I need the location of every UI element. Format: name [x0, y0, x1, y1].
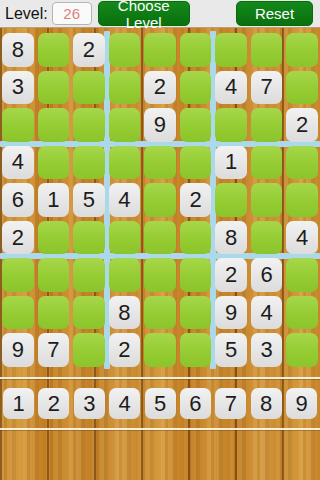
cell-r4c5[interactable] — [144, 146, 176, 180]
cell-r7c9[interactable] — [286, 258, 318, 292]
sudoku-grid: 8232479241615422842689497253 — [0, 31, 320, 369]
cell-r2c3[interactable] — [73, 71, 105, 105]
cell-r1c8[interactable] — [251, 33, 283, 67]
cell-r3c4[interactable] — [109, 108, 141, 142]
cell-r5c1: 6 — [2, 183, 34, 217]
cell-r2c6[interactable] — [180, 71, 212, 105]
cell-r3c7[interactable] — [215, 108, 247, 142]
level-display: 26 — [52, 2, 92, 25]
cell-r6c3[interactable] — [73, 221, 105, 255]
cell-r7c1[interactable] — [2, 258, 34, 292]
cell-r3c1[interactable] — [2, 108, 34, 142]
cell-r3c9: 2 — [286, 108, 318, 142]
cell-r7c2[interactable] — [38, 258, 70, 292]
cell-r2c8: 7 — [251, 71, 283, 105]
cell-r2c2[interactable] — [38, 71, 70, 105]
cell-r1c1: 8 — [2, 33, 34, 67]
cell-r4c6[interactable] — [180, 146, 212, 180]
cell-r7c8: 6 — [251, 258, 283, 292]
numpad-key-1[interactable]: 1 — [3, 388, 34, 419]
cell-r4c8[interactable] — [251, 146, 283, 180]
cell-r6c7: 8 — [215, 221, 247, 255]
cell-r4c7: 1 — [215, 146, 247, 180]
cell-r7c4[interactable] — [109, 258, 141, 292]
cell-r9c5[interactable] — [144, 333, 176, 367]
numpad-key-8[interactable]: 8 — [251, 388, 282, 419]
cell-r1c7[interactable] — [215, 33, 247, 67]
cell-r6c4[interactable] — [109, 221, 141, 255]
cell-r2c7: 4 — [215, 71, 247, 105]
cell-r5c2: 1 — [38, 183, 70, 217]
cell-r3c2[interactable] — [38, 108, 70, 142]
cell-r8c8: 4 — [251, 296, 283, 330]
cell-r9c7: 5 — [215, 333, 247, 367]
cell-r6c8[interactable] — [251, 221, 283, 255]
cell-r1c5[interactable] — [144, 33, 176, 67]
cell-r5c5[interactable] — [144, 183, 176, 217]
numpad-key-7[interactable]: 7 — [215, 388, 246, 419]
cell-r8c2[interactable] — [38, 296, 70, 330]
numpad-divider-bottom — [0, 428, 320, 430]
cell-r4c3[interactable] — [73, 146, 105, 180]
cell-r2c1: 3 — [2, 71, 34, 105]
cell-r9c3[interactable] — [73, 333, 105, 367]
cell-r9c1: 9 — [2, 333, 34, 367]
cell-r8c7: 9 — [215, 296, 247, 330]
cell-r7c7: 2 — [215, 258, 247, 292]
level-label: Level: — [5, 5, 48, 23]
choose-level-button[interactable]: Choose Level — [98, 1, 190, 26]
top-bar: Level: 26 Choose Level Reset — [0, 0, 320, 28]
cell-r9c8: 3 — [251, 333, 283, 367]
numpad-key-3[interactable]: 3 — [74, 388, 105, 419]
sudoku-board: 8232479241615422842689497253 — [0, 31, 320, 369]
cell-r2c5: 2 — [144, 71, 176, 105]
cell-r1c6[interactable] — [180, 33, 212, 67]
cell-r3c3[interactable] — [73, 108, 105, 142]
cell-r1c3: 2 — [73, 33, 105, 67]
numpad-divider-top — [0, 377, 320, 379]
cell-r8c3[interactable] — [73, 296, 105, 330]
cell-r8c9[interactable] — [286, 296, 318, 330]
numpad-key-5[interactable]: 5 — [145, 388, 176, 419]
cell-r9c6[interactable] — [180, 333, 212, 367]
cell-r1c9[interactable] — [286, 33, 318, 67]
level-value: 26 — [63, 5, 80, 22]
reset-button[interactable]: Reset — [236, 1, 313, 26]
cell-r4c2[interactable] — [38, 146, 70, 180]
cell-r8c1[interactable] — [2, 296, 34, 330]
cell-r4c4[interactable] — [109, 146, 141, 180]
cell-r3c6[interactable] — [180, 108, 212, 142]
cell-r1c4[interactable] — [109, 33, 141, 67]
cell-r7c6[interactable] — [180, 258, 212, 292]
numpad-key-9[interactable]: 9 — [286, 388, 317, 419]
cell-r9c4: 2 — [109, 333, 141, 367]
cell-r6c6[interactable] — [180, 221, 212, 255]
cell-r6c9: 4 — [286, 221, 318, 255]
numpad-key-4[interactable]: 4 — [109, 388, 140, 419]
cell-r4c9[interactable] — [286, 146, 318, 180]
cell-r5c6: 2 — [180, 183, 212, 217]
cell-r5c7[interactable] — [215, 183, 247, 217]
cell-r9c2: 7 — [38, 333, 70, 367]
cell-r8c4: 8 — [109, 296, 141, 330]
cell-r2c4[interactable] — [109, 71, 141, 105]
cell-r5c4: 4 — [109, 183, 141, 217]
cell-r2c9[interactable] — [286, 71, 318, 105]
number-pad: 123456789 — [0, 388, 320, 419]
cell-r5c3: 5 — [73, 183, 105, 217]
numpad-key-2[interactable]: 2 — [38, 388, 69, 419]
numpad-key-6[interactable]: 6 — [180, 388, 211, 419]
cell-r3c8[interactable] — [251, 108, 283, 142]
cell-r4c1: 4 — [2, 146, 34, 180]
cell-r8c5[interactable] — [144, 296, 176, 330]
cell-r7c3[interactable] — [73, 258, 105, 292]
cell-r5c9[interactable] — [286, 183, 318, 217]
cell-r6c1: 2 — [2, 221, 34, 255]
cell-r1c2[interactable] — [38, 33, 70, 67]
cell-r6c5[interactable] — [144, 221, 176, 255]
cell-r3c5: 9 — [144, 108, 176, 142]
cell-r7c5[interactable] — [144, 258, 176, 292]
cell-r8c6[interactable] — [180, 296, 212, 330]
cell-r6c2[interactable] — [38, 221, 70, 255]
cell-r9c9[interactable] — [286, 333, 318, 367]
cell-r5c8[interactable] — [251, 183, 283, 217]
